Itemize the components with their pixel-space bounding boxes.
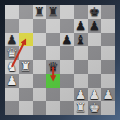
white-rook-f1[interactable]: ♜ bbox=[74, 101, 88, 115]
black-bishop-f6[interactable]: ♝ bbox=[74, 33, 88, 47]
square-b4[interactable]: ♜ bbox=[19, 60, 33, 74]
square-a3[interactable]: ♟ bbox=[5, 74, 19, 88]
square-e1[interactable] bbox=[60, 101, 74, 115]
square-g2[interactable]: ♟ bbox=[88, 88, 102, 102]
square-b8[interactable] bbox=[19, 5, 33, 19]
highlight-yellow-b6[interactable] bbox=[19, 33, 33, 47]
square-c8[interactable]: ♜ bbox=[33, 5, 47, 19]
square-f7[interactable]: ♟ bbox=[74, 19, 88, 33]
square-c7[interactable] bbox=[33, 19, 47, 33]
square-d8[interactable]: ♜ bbox=[46, 5, 60, 19]
square-f1[interactable]: ♜ bbox=[74, 101, 88, 115]
square-f2[interactable]: ♟ bbox=[74, 88, 88, 102]
white-pawn-g2[interactable]: ♟ bbox=[88, 88, 102, 102]
square-d5[interactable] bbox=[46, 46, 60, 60]
square-b1[interactable] bbox=[19, 101, 33, 115]
square-d4[interactable]: ♛ bbox=[46, 60, 60, 74]
square-f3[interactable] bbox=[74, 74, 88, 88]
square-a8[interactable] bbox=[5, 5, 19, 19]
square-e2[interactable] bbox=[60, 88, 74, 102]
black-pawn-a6[interactable]: ♟ bbox=[5, 33, 19, 47]
white-pawn-h2[interactable]: ♟ bbox=[101, 88, 115, 102]
highlight-green-d3[interactable] bbox=[46, 74, 60, 88]
square-g1[interactable]: ♚ bbox=[88, 101, 102, 115]
square-h7[interactable] bbox=[101, 19, 115, 33]
square-e7[interactable] bbox=[60, 19, 74, 33]
board-frame: ♜♜♚♟♟♟♟♝♛♞♜♛♟♟♟♟♜♚ bbox=[0, 0, 120, 120]
square-a5[interactable]: ♛ bbox=[5, 46, 19, 60]
square-h3[interactable] bbox=[101, 74, 115, 88]
square-e8[interactable] bbox=[60, 5, 74, 19]
white-pawn-a3[interactable]: ♟ bbox=[5, 74, 19, 88]
square-g3[interactable] bbox=[88, 74, 102, 88]
square-f8[interactable] bbox=[74, 5, 88, 19]
black-king-g8[interactable]: ♚ bbox=[88, 5, 102, 19]
square-h8[interactable] bbox=[101, 5, 115, 19]
black-pawn-g7[interactable]: ♟ bbox=[88, 19, 102, 33]
square-a7[interactable] bbox=[5, 19, 19, 33]
black-rook-c8[interactable]: ♜ bbox=[33, 5, 47, 19]
square-c2[interactable] bbox=[33, 88, 47, 102]
square-f4[interactable] bbox=[74, 60, 88, 74]
square-c5[interactable] bbox=[33, 46, 47, 60]
square-e6[interactable]: ♟ bbox=[60, 33, 74, 47]
black-rook-d8[interactable]: ♜ bbox=[46, 5, 60, 19]
square-a6[interactable]: ♟ bbox=[5, 33, 19, 47]
square-f6[interactable]: ♝ bbox=[74, 33, 88, 47]
square-c3[interactable] bbox=[33, 74, 47, 88]
square-g5[interactable] bbox=[88, 46, 102, 60]
square-d7[interactable] bbox=[46, 19, 60, 33]
white-pawn-f2[interactable]: ♟ bbox=[74, 88, 88, 102]
white-king-g1[interactable]: ♚ bbox=[88, 101, 102, 115]
square-e5[interactable] bbox=[60, 46, 74, 60]
square-b5[interactable] bbox=[19, 46, 33, 60]
white-knight-a4[interactable]: ♞ bbox=[5, 60, 19, 74]
square-a1[interactable] bbox=[5, 101, 19, 115]
square-h1[interactable] bbox=[101, 101, 115, 115]
white-queen-a5[interactable]: ♛ bbox=[5, 46, 19, 60]
square-g4[interactable] bbox=[88, 60, 102, 74]
square-e3[interactable] bbox=[60, 74, 74, 88]
square-d2[interactable] bbox=[46, 88, 60, 102]
square-c1[interactable] bbox=[33, 101, 47, 115]
square-d6[interactable] bbox=[46, 33, 60, 47]
square-g8[interactable]: ♚ bbox=[88, 5, 102, 19]
white-rook-b4[interactable]: ♜ bbox=[19, 60, 33, 74]
square-c4[interactable] bbox=[33, 60, 47, 74]
square-a4[interactable]: ♞ bbox=[5, 60, 19, 74]
square-h4[interactable] bbox=[101, 60, 115, 74]
square-f5[interactable] bbox=[74, 46, 88, 60]
square-a2[interactable] bbox=[5, 88, 19, 102]
square-h6[interactable] bbox=[101, 33, 115, 47]
square-c6[interactable] bbox=[33, 33, 47, 47]
square-h5[interactable] bbox=[101, 46, 115, 60]
square-d1[interactable] bbox=[46, 101, 60, 115]
black-queen-d4[interactable]: ♛ bbox=[46, 60, 60, 74]
square-b3[interactable] bbox=[19, 74, 33, 88]
square-g7[interactable]: ♟ bbox=[88, 19, 102, 33]
black-pawn-f7[interactable]: ♟ bbox=[74, 19, 88, 33]
square-b2[interactable] bbox=[19, 88, 33, 102]
chess-board: ♜♜♚♟♟♟♟♝♛♞♜♛♟♟♟♟♜♚ bbox=[5, 5, 115, 115]
square-h2[interactable]: ♟ bbox=[101, 88, 115, 102]
square-e4[interactable] bbox=[60, 60, 74, 74]
black-pawn-e6[interactable]: ♟ bbox=[60, 33, 74, 47]
square-b7[interactable] bbox=[19, 19, 33, 33]
square-g6[interactable] bbox=[88, 33, 102, 47]
